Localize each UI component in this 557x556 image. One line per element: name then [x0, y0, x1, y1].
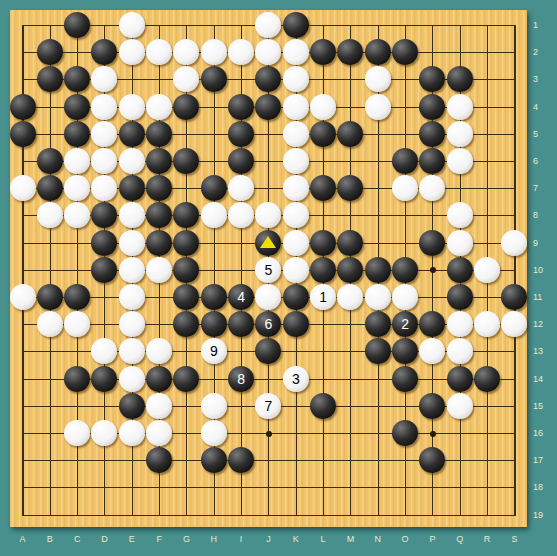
column-label-B: B — [43, 534, 57, 544]
stone-I6[interactable] — [228, 148, 254, 174]
stone-K14[interactable]: 3 — [283, 366, 309, 392]
row-label-3: 3 — [533, 74, 551, 84]
move-number-2: 2 — [401, 317, 409, 331]
stone-F6[interactable] — [146, 148, 172, 174]
stone-B11[interactable] — [37, 284, 63, 310]
column-label-P: P — [425, 534, 439, 544]
stone-C16[interactable] — [64, 420, 90, 446]
stone-N13[interactable] — [365, 338, 391, 364]
move-number-3: 3 — [292, 372, 300, 386]
star-point — [266, 431, 272, 437]
stone-H7[interactable] — [201, 175, 227, 201]
go-game-screenshot: 541629837 ABCDEFGHIJKLMNOPQRS 1234567891… — [0, 0, 557, 556]
stone-G4[interactable] — [173, 94, 199, 120]
stone-E1[interactable] — [119, 12, 145, 38]
stone-I11[interactable]: 4 — [228, 284, 254, 310]
stone-B12[interactable] — [37, 311, 63, 337]
stone-E14[interactable] — [119, 366, 145, 392]
stone-A11[interactable] — [10, 284, 36, 310]
stone-H17[interactable] — [201, 447, 227, 473]
stone-P9[interactable] — [419, 230, 445, 256]
move-number-6: 6 — [265, 317, 273, 331]
stone-K6[interactable] — [283, 148, 309, 174]
stone-E11[interactable] — [119, 284, 145, 310]
stone-I4[interactable] — [228, 94, 254, 120]
stone-K9[interactable] — [283, 230, 309, 256]
stone-P4[interactable] — [419, 94, 445, 120]
row-label-6: 6 — [533, 156, 551, 166]
stone-N11[interactable] — [365, 284, 391, 310]
stone-K2[interactable] — [283, 39, 309, 65]
stone-H11[interactable] — [201, 284, 227, 310]
stone-Q15[interactable] — [447, 393, 473, 419]
stone-A4[interactable] — [10, 94, 36, 120]
stone-F5[interactable] — [146, 121, 172, 147]
stone-K11[interactable] — [283, 284, 309, 310]
stone-Q11[interactable] — [447, 284, 473, 310]
stone-F14[interactable] — [146, 366, 172, 392]
stone-Q9[interactable] — [447, 230, 473, 256]
stone-A5[interactable] — [10, 121, 36, 147]
stone-B6[interactable] — [37, 148, 63, 174]
stone-F4[interactable] — [146, 94, 172, 120]
row-label-10: 10 — [533, 265, 551, 275]
stone-M9[interactable] — [337, 230, 363, 256]
row-label-8: 8 — [533, 210, 551, 220]
stone-C6[interactable] — [64, 148, 90, 174]
stone-S11[interactable] — [501, 284, 527, 310]
stone-L10[interactable] — [310, 257, 336, 283]
stone-L11[interactable]: 1 — [310, 284, 336, 310]
stone-H16[interactable] — [201, 420, 227, 446]
stone-L15[interactable] — [310, 393, 336, 419]
stone-Q10[interactable] — [447, 257, 473, 283]
stone-N2[interactable] — [365, 39, 391, 65]
stone-R10[interactable] — [474, 257, 500, 283]
column-label-M: M — [343, 534, 357, 544]
stone-J4[interactable] — [255, 94, 281, 120]
stone-Q5[interactable] — [447, 121, 473, 147]
stone-E16[interactable] — [119, 420, 145, 446]
row-label-19: 19 — [533, 510, 551, 520]
stone-A7[interactable] — [10, 175, 36, 201]
stone-L4[interactable] — [310, 94, 336, 120]
row-label-12: 12 — [533, 319, 551, 329]
stone-C11[interactable] — [64, 284, 90, 310]
star-point — [430, 431, 436, 437]
row-label-1: 1 — [533, 20, 551, 30]
stone-H2[interactable] — [201, 39, 227, 65]
move-number-4: 4 — [237, 290, 245, 304]
row-label-9: 9 — [533, 238, 551, 248]
move-number-1: 1 — [319, 290, 327, 304]
stone-Q8[interactable] — [447, 202, 473, 228]
row-label-18: 18 — [533, 482, 551, 492]
stone-N3[interactable] — [365, 66, 391, 92]
stone-L5[interactable] — [310, 121, 336, 147]
stone-O14[interactable] — [392, 366, 418, 392]
stone-E4[interactable] — [119, 94, 145, 120]
stone-B7[interactable] — [37, 175, 63, 201]
stone-S9[interactable] — [501, 230, 527, 256]
column-label-N: N — [371, 534, 385, 544]
stone-Q6[interactable] — [447, 148, 473, 174]
stone-E5[interactable] — [119, 121, 145, 147]
stone-K10[interactable] — [283, 257, 309, 283]
column-label-F: F — [152, 534, 166, 544]
column-label-S: S — [507, 534, 521, 544]
stone-E6[interactable] — [119, 148, 145, 174]
move-number-5: 5 — [265, 263, 273, 277]
stone-C1[interactable] — [64, 12, 90, 38]
stone-S12[interactable] — [501, 311, 527, 337]
column-label-C: C — [70, 534, 84, 544]
column-label-D: D — [97, 534, 111, 544]
column-label-J: J — [261, 534, 275, 544]
row-label-11: 11 — [533, 292, 551, 302]
stone-C5[interactable] — [64, 121, 90, 147]
stone-N4[interactable] — [365, 94, 391, 120]
stone-Q4[interactable] — [447, 94, 473, 120]
move-number-8: 8 — [237, 372, 245, 386]
triangle-marker-icon — [260, 236, 276, 248]
stone-F9[interactable] — [146, 230, 172, 256]
column-label-R: R — [480, 534, 494, 544]
move-number-9: 9 — [210, 344, 218, 358]
stone-O16[interactable] — [392, 420, 418, 446]
column-label-E: E — [125, 534, 139, 544]
column-label-G: G — [179, 534, 193, 544]
stone-D4[interactable] — [91, 94, 117, 120]
stone-O10[interactable] — [392, 257, 418, 283]
stone-K7[interactable] — [283, 175, 309, 201]
stone-Q3[interactable] — [447, 66, 473, 92]
stone-B2[interactable] — [37, 39, 63, 65]
stone-K4[interactable] — [283, 94, 309, 120]
column-label-L: L — [316, 534, 330, 544]
row-label-15: 15 — [533, 401, 551, 411]
stone-J9[interactable] — [255, 230, 281, 256]
stone-K12[interactable] — [283, 311, 309, 337]
stone-F15[interactable] — [146, 393, 172, 419]
stone-H13[interactable]: 9 — [201, 338, 227, 364]
stone-Q14[interactable] — [447, 366, 473, 392]
stone-H12[interactable] — [201, 311, 227, 337]
row-label-2: 2 — [533, 47, 551, 57]
stone-D9[interactable] — [91, 230, 117, 256]
stone-E10[interactable] — [119, 257, 145, 283]
column-label-Q: Q — [453, 534, 467, 544]
stone-H3[interactable] — [201, 66, 227, 92]
stone-H15[interactable] — [201, 393, 227, 419]
stone-N12[interactable] — [365, 311, 391, 337]
stone-H8[interactable] — [201, 202, 227, 228]
stone-O11[interactable] — [392, 284, 418, 310]
stone-O6[interactable] — [392, 148, 418, 174]
row-label-14: 14 — [533, 374, 551, 384]
stone-K5[interactable] — [283, 121, 309, 147]
stone-E7[interactable] — [119, 175, 145, 201]
stone-G9[interactable] — [173, 230, 199, 256]
column-label-I: I — [234, 534, 248, 544]
column-label-K: K — [289, 534, 303, 544]
goban[interactable]: 541629837 — [10, 10, 527, 527]
row-label-13: 13 — [533, 346, 551, 356]
stone-E15[interactable] — [119, 393, 145, 419]
stone-F10[interactable] — [146, 257, 172, 283]
row-label-5: 5 — [533, 129, 551, 139]
stone-N10[interactable] — [365, 257, 391, 283]
stone-L9[interactable] — [310, 230, 336, 256]
stone-K8[interactable] — [283, 202, 309, 228]
row-label-7: 7 — [533, 183, 551, 193]
row-label-16: 16 — [533, 428, 551, 438]
stone-E2[interactable] — [119, 39, 145, 65]
stone-F16[interactable] — [146, 420, 172, 446]
stone-I14[interactable]: 8 — [228, 366, 254, 392]
stone-D14[interactable] — [91, 366, 117, 392]
stone-K1[interactable] — [283, 12, 309, 38]
stone-K3[interactable] — [283, 66, 309, 92]
stone-E9[interactable] — [119, 230, 145, 256]
column-label-O: O — [398, 534, 412, 544]
stone-G14[interactable] — [173, 366, 199, 392]
stone-E12[interactable] — [119, 311, 145, 337]
row-label-4: 4 — [533, 102, 551, 112]
stone-Q12[interactable] — [447, 311, 473, 337]
stone-I5[interactable] — [228, 121, 254, 147]
stone-C4[interactable] — [64, 94, 90, 120]
row-label-17: 17 — [533, 455, 551, 465]
stone-R14[interactable] — [474, 366, 500, 392]
move-number-7: 7 — [265, 399, 273, 413]
column-label-A: A — [16, 534, 30, 544]
stone-C14[interactable] — [64, 366, 90, 392]
stone-Q13[interactable] — [447, 338, 473, 364]
column-label-H: H — [207, 534, 221, 544]
